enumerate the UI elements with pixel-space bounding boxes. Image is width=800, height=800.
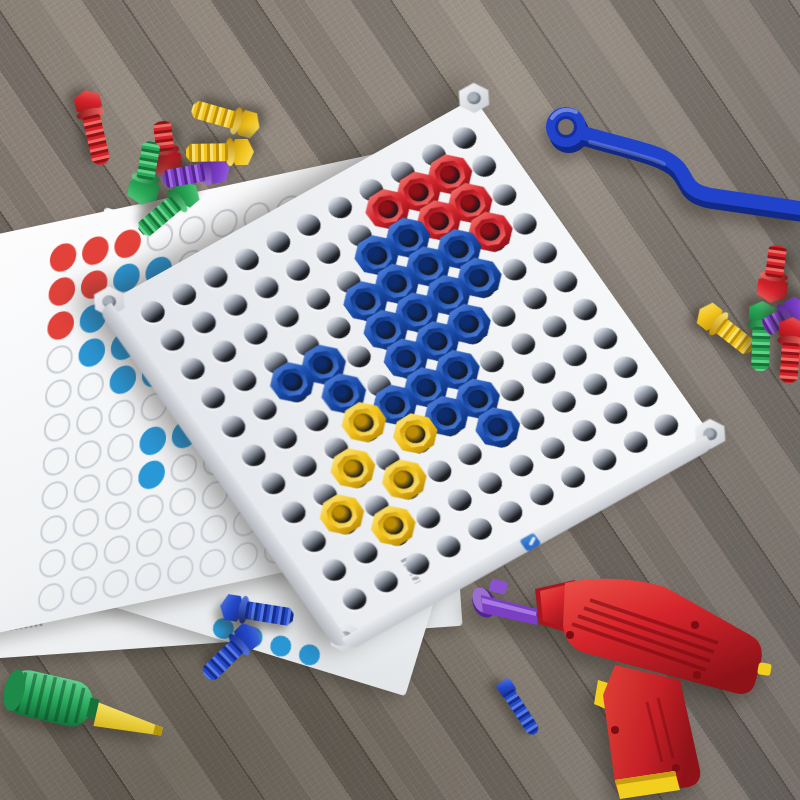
board-hole[interactable]: [518, 283, 551, 313]
board-hole[interactable]: [199, 262, 232, 292]
toy-bolt-red: [70, 85, 117, 170]
board-hole[interactable]: [536, 433, 569, 463]
board-hole[interactable]: [558, 341, 591, 371]
card-circle: [37, 580, 64, 613]
toy-drill: [462, 572, 800, 800]
board-hole[interactable]: [302, 284, 335, 314]
card-circle: [231, 539, 258, 572]
board-hole[interactable]: [529, 237, 562, 267]
card-circle: [105, 465, 132, 498]
board-hole[interactable]: [261, 227, 294, 257]
card-circle: [198, 546, 225, 579]
board-hole[interactable]: [177, 354, 210, 384]
card-circle: [72, 505, 99, 538]
board-hole[interactable]: [137, 296, 170, 326]
card-circle: [139, 424, 166, 457]
board-hole[interactable]: [610, 352, 643, 382]
board-hole[interactable]: [454, 439, 487, 469]
photo-scene: { "game": { "name": "Design & Drill pegb…: [0, 0, 800, 800]
under-card-circle: [268, 633, 294, 659]
board-hole[interactable]: [578, 370, 611, 400]
card-circle: [78, 336, 105, 369]
card-circle: [49, 240, 76, 273]
board-hole[interactable]: [281, 256, 314, 286]
card-circle: [103, 533, 130, 566]
board-hole[interactable]: [292, 210, 325, 240]
board-hole[interactable]: [494, 497, 527, 527]
card-circle: [136, 492, 163, 525]
board-hole[interactable]: [349, 537, 382, 567]
board-hole[interactable]: [423, 456, 456, 486]
board-hole[interactable]: [250, 273, 283, 303]
board-hole[interactable]: [476, 347, 509, 377]
board-hole[interactable]: [342, 342, 375, 372]
board-hole[interactable]: [589, 323, 622, 353]
crank-handle-tool: [540, 86, 800, 236]
board-hole[interactable]: [269, 423, 302, 453]
board-hole[interactable]: [188, 308, 221, 338]
board-hole[interactable]: [278, 497, 311, 527]
board-hole[interactable]: [505, 450, 538, 480]
board-hole[interactable]: [313, 238, 346, 268]
card-circle: [178, 213, 205, 246]
board-hole[interactable]: [569, 295, 602, 325]
board-hole[interactable]: [489, 180, 522, 210]
board-hole[interactable]: [567, 416, 600, 446]
toy-bolt-yellow: [176, 137, 257, 168]
board-hole[interactable]: [549, 266, 582, 296]
card-circle: [134, 560, 161, 593]
card-circle: [200, 512, 227, 545]
board-foot-top: [451, 77, 498, 119]
board-hole[interactable]: [228, 365, 261, 395]
card-circle: [81, 234, 108, 267]
card-circle: [43, 410, 70, 443]
board-hole[interactable]: [463, 514, 496, 544]
board-hole[interactable]: [298, 526, 331, 556]
board-hole[interactable]: [516, 404, 549, 434]
board-hole[interactable]: [619, 427, 652, 457]
board-hole[interactable]: [168, 279, 201, 309]
card-circle: [48, 274, 75, 307]
card-circle: [106, 431, 133, 464]
card-circle: [102, 567, 129, 600]
brand-logo-sticker: [519, 533, 541, 552]
card-circle: [38, 546, 65, 579]
bolt-shaft: [186, 143, 228, 162]
board-hole[interactable]: [474, 468, 507, 498]
toy-bolt-red: [755, 224, 796, 307]
toy-bolt-red: [773, 314, 800, 396]
board-hole[interactable]: [208, 336, 241, 366]
board-hole[interactable]: [487, 301, 520, 331]
card-circle: [109, 363, 136, 396]
board-hole[interactable]: [258, 469, 291, 499]
bolt-shaft: [779, 342, 800, 383]
board-hole[interactable]: [230, 244, 263, 274]
board-hole[interactable]: [509, 209, 542, 239]
board-hole[interactable]: [538, 312, 571, 342]
card-circle: [71, 539, 98, 572]
board-hole[interactable]: [197, 383, 230, 413]
bolt-shaft: [190, 100, 237, 129]
card-circle: [169, 485, 196, 518]
card-circle: [39, 512, 66, 545]
card-circle: [137, 458, 164, 491]
board-hole[interactable]: [217, 411, 250, 441]
card-circle: [73, 471, 100, 504]
board-hole[interactable]: [630, 381, 663, 411]
card-circle: [69, 573, 96, 606]
card-circle: [167, 519, 194, 552]
board-hole[interactable]: [239, 319, 272, 349]
card-circle: [74, 437, 101, 470]
board-hole[interactable]: [318, 555, 351, 585]
board-hole[interactable]: [324, 192, 357, 222]
board-hole[interactable]: [237, 440, 270, 470]
under-card-circle: [296, 642, 322, 668]
bolt-shaft: [200, 640, 244, 684]
board-hole[interactable]: [322, 313, 355, 343]
card-circle: [45, 342, 72, 375]
card-circle: [170, 451, 197, 484]
board-hole[interactable]: [496, 376, 529, 406]
board-hole[interactable]: [338, 583, 371, 613]
board-hole[interactable]: [507, 330, 540, 360]
board-hole[interactable]: [443, 485, 476, 515]
board-hole[interactable]: [401, 549, 434, 579]
board-hole[interactable]: [448, 123, 481, 153]
card-circle: [75, 403, 102, 436]
board-hole[interactable]: [468, 151, 501, 181]
board-hole[interactable]: [248, 394, 281, 424]
board-hole[interactable]: [498, 255, 531, 285]
board-hole[interactable]: [432, 531, 465, 561]
board-hole[interactable]: [588, 444, 621, 474]
board-hole[interactable]: [599, 398, 632, 428]
board-hole[interactable]: [369, 566, 402, 596]
card-circle: [47, 308, 74, 341]
card-circle: [135, 526, 162, 559]
card-circle: [44, 376, 71, 409]
board-hole[interactable]: [556, 462, 589, 492]
card-circle: [108, 397, 135, 430]
board-hole[interactable]: [547, 387, 580, 417]
card-circle: [41, 478, 68, 511]
card-circle: [104, 499, 131, 532]
board-hole[interactable]: [289, 451, 322, 481]
board-hole[interactable]: [270, 302, 303, 332]
card-circle: [166, 553, 193, 586]
board-hole[interactable]: [219, 290, 252, 320]
board-hole[interactable]: [300, 405, 333, 435]
screwdriver-tool: [0, 652, 185, 747]
card-circle: [42, 444, 69, 477]
toy-bolt-yellow: [180, 92, 265, 143]
board-hole[interactable]: [650, 410, 683, 440]
card-circle: [76, 370, 103, 403]
board-hole[interactable]: [525, 479, 558, 509]
board-hole[interactable]: [412, 503, 445, 533]
bolt-shaft: [82, 114, 111, 167]
board-hole[interactable]: [527, 358, 560, 388]
board-hole[interactable]: [157, 325, 190, 355]
